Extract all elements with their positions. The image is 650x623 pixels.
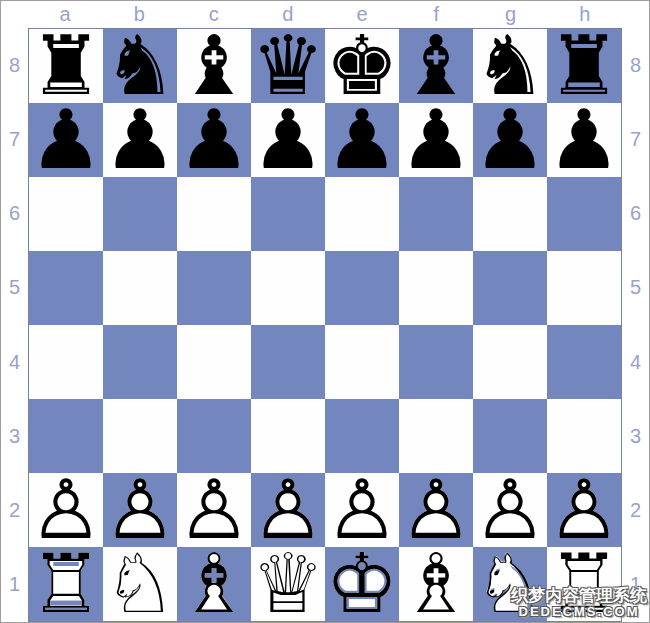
- square-f2[interactable]: ♟♙: [399, 473, 473, 547]
- rank-label-2-right: 2: [622, 474, 649, 548]
- piece-outline: ♙: [473, 473, 547, 547]
- piece-black-pawn: ♟: [325, 103, 399, 177]
- rank-label-8-left: 8: [1, 28, 28, 102]
- piece-black-bishop: ♝: [177, 29, 251, 103]
- piece-black-queen: ♛: [251, 29, 325, 103]
- piece-white-pawn: ♟♙: [103, 473, 177, 547]
- square-c7[interactable]: ♟: [177, 103, 251, 177]
- piece-white-pawn: ♟♙: [473, 473, 547, 547]
- file-labels-top: abcdefgh: [28, 1, 622, 28]
- square-c5[interactable]: [177, 251, 251, 325]
- piece-black-king: ♚: [325, 29, 399, 103]
- piece-outline: ♙: [547, 473, 621, 547]
- rank-label-8-right: 8: [622, 28, 649, 102]
- piece-fill: ♟: [103, 473, 177, 547]
- piece-black-bishop: ♝: [399, 29, 473, 103]
- piece-outline: ♗: [399, 547, 473, 621]
- piece-white-pawn: ♟♙: [547, 473, 621, 547]
- chess-diagram: abcdefgh 87654321 87654321 ♜♞♝♛♚♝♞♜♟♟♟♟♟…: [0, 0, 650, 623]
- piece-black-pawn: ♟: [177, 103, 251, 177]
- piece-outline: ♗: [177, 547, 251, 621]
- piece-white-pawn: ♟♙: [29, 473, 103, 547]
- chess-board: ♜♞♝♛♚♝♞♜♟♟♟♟♟♟♟♟♟♙♟♙♟♙♟♙♟♙♟♙♟♙♟♙♜♖♞♘♝♗♛♕…: [28, 28, 622, 622]
- square-g3[interactable]: [473, 399, 547, 473]
- piece-fill: ♜: [29, 547, 103, 621]
- square-f6[interactable]: [399, 177, 473, 251]
- square-e4[interactable]: [325, 325, 399, 399]
- square-e8[interactable]: ♚: [325, 29, 399, 103]
- piece-fill: ♚: [325, 547, 399, 621]
- file-label-g: g: [474, 1, 548, 28]
- piece-fill: ♟: [473, 473, 547, 547]
- square-b3[interactable]: [103, 399, 177, 473]
- piece-outline: ♙: [325, 473, 399, 547]
- piece-fill: ♟: [547, 473, 621, 547]
- piece-black-rook: ♜: [547, 29, 621, 103]
- square-h3[interactable]: [547, 399, 621, 473]
- square-a4[interactable]: [29, 325, 103, 399]
- square-g7[interactable]: ♟: [473, 103, 547, 177]
- piece-white-pawn: ♟♙: [177, 473, 251, 547]
- square-g5[interactable]: [473, 251, 547, 325]
- rank-label-5-right: 5: [622, 251, 649, 325]
- piece-fill: ♟: [177, 473, 251, 547]
- square-e2[interactable]: ♟♙: [325, 473, 399, 547]
- piece-white-king: ♚♔: [325, 547, 399, 621]
- square-b6[interactable]: [103, 177, 177, 251]
- square-a2[interactable]: ♟♙: [29, 473, 103, 547]
- square-d7[interactable]: ♟: [251, 103, 325, 177]
- square-a3[interactable]: [29, 399, 103, 473]
- rank-label-5-left: 5: [1, 251, 28, 325]
- square-h4[interactable]: [547, 325, 621, 399]
- file-label-a: a: [28, 1, 102, 28]
- piece-white-queen: ♛♕: [251, 547, 325, 621]
- rank-labels-left: 87654321: [1, 28, 28, 622]
- square-b4[interactable]: [103, 325, 177, 399]
- square-d4[interactable]: [251, 325, 325, 399]
- square-b2[interactable]: ♟♙: [103, 473, 177, 547]
- square-e1[interactable]: ♚♔: [325, 547, 399, 621]
- square-c4[interactable]: [177, 325, 251, 399]
- square-f3[interactable]: [399, 399, 473, 473]
- rank-label-4-right: 4: [622, 325, 649, 399]
- rank-label-6-left: 6: [1, 177, 28, 251]
- rank-label-4-left: 4: [1, 325, 28, 399]
- square-f5[interactable]: [399, 251, 473, 325]
- square-d8[interactable]: ♛: [251, 29, 325, 103]
- watermark: 织梦内容管理系统 DEDECMS.COM: [511, 587, 647, 618]
- square-h7[interactable]: ♟: [547, 103, 621, 177]
- file-label-e: e: [325, 1, 399, 28]
- rank-label-3-left: 3: [1, 399, 28, 473]
- square-h5[interactable]: [547, 251, 621, 325]
- square-a6[interactable]: [29, 177, 103, 251]
- square-b5[interactable]: [103, 251, 177, 325]
- piece-fill: ♟: [325, 473, 399, 547]
- piece-outline: ♘: [103, 547, 177, 621]
- square-e7[interactable]: ♟: [325, 103, 399, 177]
- piece-white-knight: ♞♘: [103, 547, 177, 621]
- square-h2[interactable]: ♟♙: [547, 473, 621, 547]
- piece-white-bishop: ♝♗: [399, 547, 473, 621]
- watermark-line1: 织梦内容管理系统: [511, 587, 647, 604]
- square-d5[interactable]: [251, 251, 325, 325]
- square-f8[interactable]: ♝: [399, 29, 473, 103]
- square-c1[interactable]: ♝♗: [177, 547, 251, 621]
- square-h8[interactable]: ♜: [547, 29, 621, 103]
- piece-fill: ♛: [251, 547, 325, 621]
- square-f1[interactable]: ♝♗: [399, 547, 473, 621]
- piece-white-pawn: ♟♙: [251, 473, 325, 547]
- square-d1[interactable]: ♛♕: [251, 547, 325, 621]
- piece-black-pawn: ♟: [29, 103, 103, 177]
- rank-label-6-right: 6: [622, 177, 649, 251]
- piece-outline: ♙: [29, 473, 103, 547]
- square-c2[interactable]: ♟♙: [177, 473, 251, 547]
- square-g6[interactable]: [473, 177, 547, 251]
- square-d6[interactable]: [251, 177, 325, 251]
- file-label-d: d: [251, 1, 325, 28]
- square-f4[interactable]: [399, 325, 473, 399]
- file-label-c: c: [177, 1, 251, 28]
- square-g2[interactable]: ♟♙: [473, 473, 547, 547]
- piece-outline: ♕: [251, 547, 325, 621]
- square-b1[interactable]: ♞♘: [103, 547, 177, 621]
- piece-white-pawn: ♟♙: [399, 473, 473, 547]
- piece-black-pawn: ♟: [547, 103, 621, 177]
- piece-black-pawn: ♟: [251, 103, 325, 177]
- piece-fill: ♝: [399, 547, 473, 621]
- rank-labels-right: 87654321: [622, 28, 649, 622]
- square-a1[interactable]: ♜♖: [29, 547, 103, 621]
- piece-fill: ♟: [251, 473, 325, 547]
- piece-fill: ♟: [29, 473, 103, 547]
- square-a5[interactable]: [29, 251, 103, 325]
- watermark-line2: DEDECMS.COM: [511, 605, 647, 618]
- square-c6[interactable]: [177, 177, 251, 251]
- square-a8[interactable]: ♜: [29, 29, 103, 103]
- piece-outline: ♙: [251, 473, 325, 547]
- rank-label-7-right: 7: [622, 102, 649, 176]
- square-e3[interactable]: [325, 399, 399, 473]
- piece-black-rook: ♜: [29, 29, 103, 103]
- square-g8[interactable]: ♞: [473, 29, 547, 103]
- piece-white-rook: ♜♖: [29, 547, 103, 621]
- piece-outline: ♔: [325, 547, 399, 621]
- piece-fill: ♞: [103, 547, 177, 621]
- square-c3[interactable]: [177, 399, 251, 473]
- square-a7[interactable]: ♟: [29, 103, 103, 177]
- piece-black-knight: ♞: [103, 29, 177, 103]
- piece-outline: ♙: [103, 473, 177, 547]
- file-label-b: b: [102, 1, 176, 28]
- square-c8[interactable]: ♝: [177, 29, 251, 103]
- piece-white-pawn: ♟♙: [325, 473, 399, 547]
- square-b8[interactable]: ♞: [103, 29, 177, 103]
- piece-outline: ♖: [29, 547, 103, 621]
- piece-black-pawn: ♟: [103, 103, 177, 177]
- rank-label-1-left: 1: [1, 548, 28, 622]
- piece-black-knight: ♞: [473, 29, 547, 103]
- piece-outline: ♙: [399, 473, 473, 547]
- piece-outline: ♙: [177, 473, 251, 547]
- piece-white-bishop: ♝♗: [177, 547, 251, 621]
- rank-label-3-right: 3: [622, 399, 649, 473]
- piece-fill: ♟: [399, 473, 473, 547]
- square-b7[interactable]: ♟: [103, 103, 177, 177]
- square-d3[interactable]: [251, 399, 325, 473]
- square-f7[interactable]: ♟: [399, 103, 473, 177]
- square-e6[interactable]: [325, 177, 399, 251]
- piece-fill: ♝: [177, 547, 251, 621]
- square-h6[interactable]: [547, 177, 621, 251]
- rank-label-2-left: 2: [1, 474, 28, 548]
- piece-black-pawn: ♟: [399, 103, 473, 177]
- square-g4[interactable]: [473, 325, 547, 399]
- square-d2[interactable]: ♟♙: [251, 473, 325, 547]
- file-label-f: f: [399, 1, 473, 28]
- file-label-h: h: [548, 1, 622, 28]
- rank-label-7-left: 7: [1, 102, 28, 176]
- square-e5[interactable]: [325, 251, 399, 325]
- piece-black-pawn: ♟: [473, 103, 547, 177]
